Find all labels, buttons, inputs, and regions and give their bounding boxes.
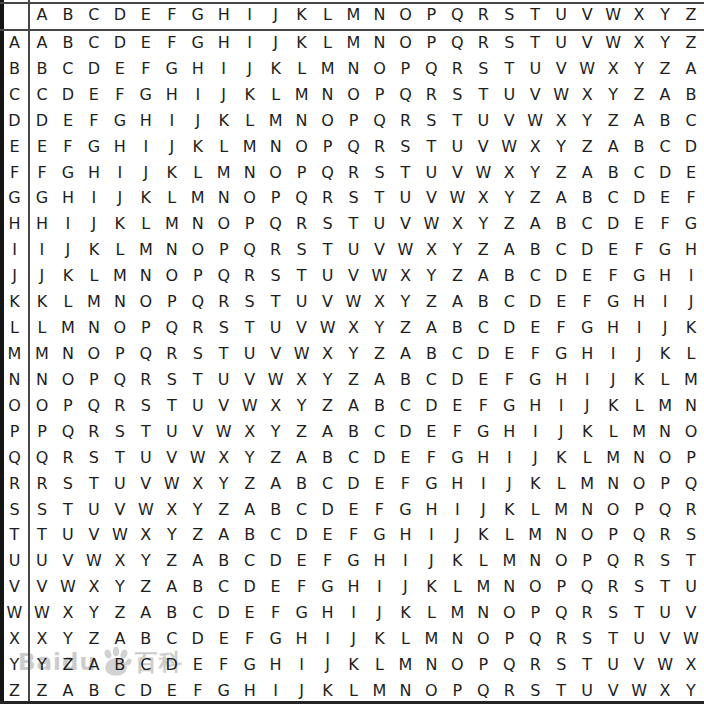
cell-J-Y: H [652, 263, 678, 289]
cell-Q-H: X [211, 445, 237, 471]
cell-P-Y: N [652, 419, 678, 445]
cell-N-A: N [29, 367, 55, 393]
cell-E-R: V [470, 134, 496, 160]
cell-W-C: Y [81, 600, 107, 626]
cell-X-F: C [159, 626, 185, 652]
cell-H-C: J [81, 211, 107, 237]
cell-O-I: W [237, 393, 263, 419]
cell-X-D: A [107, 626, 133, 652]
cell-N-X: K [626, 367, 652, 393]
cell-M-Q: C [444, 341, 470, 367]
cell-S-K: C [289, 497, 315, 523]
cell-B-D: E [107, 56, 133, 82]
cell-U-K: E [289, 548, 315, 574]
cell-I-I: Q [237, 237, 263, 263]
cell-U-M: G [341, 548, 367, 574]
cell-I-T: B [522, 237, 548, 263]
cell-B-N: O [366, 56, 392, 82]
cell-R-I: Z [237, 471, 263, 497]
cell-R-R: I [470, 471, 496, 497]
cell-Y-N: L [366, 652, 392, 678]
cell-W-Z: V [678, 600, 704, 626]
cell-B-I: J [237, 56, 263, 82]
cell-N-Q: D [444, 367, 470, 393]
cell-Y-X: V [626, 652, 652, 678]
cell-R-P: G [418, 471, 444, 497]
cell-I-M: U [341, 237, 367, 263]
cell-X-Z: W [678, 626, 704, 652]
cell-Q-T: J [522, 445, 548, 471]
cell-U-N: H [366, 548, 392, 574]
cell-A-W: W [600, 30, 626, 56]
cell-H-I: P [237, 211, 263, 237]
cell-I-C: K [81, 237, 107, 263]
cell-D-L: O [315, 108, 341, 134]
row-header-I: I [0, 237, 29, 263]
cell-S-P: H [418, 497, 444, 523]
cell-P-U: J [548, 419, 574, 445]
column-header-X: X [626, 0, 652, 30]
cell-T-H: A [211, 523, 237, 549]
cell-X-O: L [392, 626, 418, 652]
cell-D-H: K [211, 108, 237, 134]
cell-B-S: T [496, 56, 522, 82]
cell-K-J: T [263, 289, 289, 315]
cell-L-B: M [55, 315, 81, 341]
cell-C-X: Z [626, 82, 652, 108]
cell-L-F: Q [159, 315, 185, 341]
cell-U-X: R [626, 548, 652, 574]
cell-D-O: R [392, 108, 418, 134]
cell-G-Y: E [652, 186, 678, 212]
cell-C-Q: S [444, 82, 470, 108]
cell-I-A: I [29, 237, 55, 263]
row-header-S: S [0, 497, 29, 523]
cell-E-J: N [263, 134, 289, 160]
cell-M-M: Y [341, 341, 367, 367]
cell-E-I: M [237, 134, 263, 160]
cell-C-K: M [289, 82, 315, 108]
cell-B-K: L [289, 56, 315, 82]
cell-L-P: A [418, 315, 444, 341]
cell-R-T: K [522, 471, 548, 497]
row-header-Y: Y [0, 652, 29, 678]
cell-F-T: Y [522, 160, 548, 186]
cell-S-U: M [548, 497, 574, 523]
cell-L-X: I [626, 315, 652, 341]
row-header-G: G [0, 186, 29, 212]
cell-L-S: D [496, 315, 522, 341]
cell-M-B: N [55, 341, 81, 367]
cell-C-R: T [470, 82, 496, 108]
cell-J-T: C [522, 263, 548, 289]
cell-M-C: O [81, 341, 107, 367]
cell-U-Y: S [652, 548, 678, 574]
corner-cell [0, 0, 29, 30]
cell-Q-P: F [418, 445, 444, 471]
cell-Q-K: A [289, 445, 315, 471]
cell-X-N: K [366, 626, 392, 652]
cell-J-D: M [107, 263, 133, 289]
cell-N-B: O [55, 367, 81, 393]
cell-T-T: M [522, 523, 548, 549]
cell-W-V: R [574, 600, 600, 626]
cell-U-I: C [237, 548, 263, 574]
cell-Y-D: B [107, 652, 133, 678]
cell-Q-A: Q [29, 445, 55, 471]
cell-Q-O: E [392, 445, 418, 471]
cell-K-M: W [341, 289, 367, 315]
cell-W-H: D [211, 600, 237, 626]
column-header-E: E [133, 0, 159, 30]
cell-R-F: W [159, 471, 185, 497]
cell-N-K: X [289, 367, 315, 393]
cell-L-W: H [600, 315, 626, 341]
cell-R-Q: H [444, 471, 470, 497]
cell-K-F: P [159, 289, 185, 315]
row-header-W: W [0, 600, 29, 626]
cell-Y-F: D [159, 652, 185, 678]
cell-U-Q: K [444, 548, 470, 574]
cell-X-S: P [496, 626, 522, 652]
cell-U-Z: T [678, 548, 704, 574]
cell-W-K: G [289, 600, 315, 626]
cell-T-R: K [470, 523, 496, 549]
cell-N-C: P [81, 367, 107, 393]
cell-F-H: M [211, 160, 237, 186]
cell-X-W: T [600, 626, 626, 652]
cell-L-G: R [185, 315, 211, 341]
cell-C-J: L [263, 82, 289, 108]
cell-S-F: X [159, 497, 185, 523]
cell-X-U: R [548, 626, 574, 652]
cell-F-U: Z [548, 160, 574, 186]
cell-Y-J: H [263, 652, 289, 678]
cell-E-W: A [600, 134, 626, 160]
cell-D-B: E [55, 108, 81, 134]
cell-H-P: W [418, 211, 444, 237]
cell-B-E: F [133, 56, 159, 82]
cell-P-S: H [496, 419, 522, 445]
cell-Q-U: K [548, 445, 574, 471]
cell-S-Z: R [678, 497, 704, 523]
cell-K-K: U [289, 289, 315, 315]
cell-C-S: U [496, 82, 522, 108]
cell-F-O: T [392, 160, 418, 186]
row-header-T: T [0, 523, 29, 549]
cell-G-Q: W [444, 186, 470, 212]
column-header-Q: Q [444, 0, 470, 30]
cell-Y-W: U [600, 652, 626, 678]
cell-Y-G: E [185, 652, 211, 678]
cell-F-N: S [366, 160, 392, 186]
cell-Y-V: T [574, 652, 600, 678]
cell-W-W: S [600, 600, 626, 626]
cell-S-S: K [496, 497, 522, 523]
cell-E-M: Q [341, 134, 367, 160]
cell-W-X: T [626, 600, 652, 626]
cell-E-L: P [315, 134, 341, 160]
cell-O-O: C [392, 393, 418, 419]
cell-W-D: Z [107, 600, 133, 626]
cell-D-X: A [626, 108, 652, 134]
cell-P-J: Y [263, 419, 289, 445]
cell-R-D: U [107, 471, 133, 497]
cell-D-U: X [548, 108, 574, 134]
cell-N-L: Y [315, 367, 341, 393]
cell-H-L: S [315, 211, 341, 237]
cell-X-X: U [626, 626, 652, 652]
cell-I-O: W [392, 237, 418, 263]
cell-O-P: D [418, 393, 444, 419]
cell-M-N: Z [366, 341, 392, 367]
cell-D-J: M [263, 108, 289, 134]
cell-S-Q: I [444, 497, 470, 523]
cell-S-R: J [470, 497, 496, 523]
cell-V-Z: U [678, 574, 704, 600]
cell-L-D: O [107, 315, 133, 341]
cell-Q-C: S [81, 445, 107, 471]
row-header-C: C [0, 82, 29, 108]
cell-X-K: H [289, 626, 315, 652]
cell-U-T: N [522, 548, 548, 574]
cell-G-G: M [185, 186, 211, 212]
cell-R-V: M [574, 471, 600, 497]
cell-B-L: M [315, 56, 341, 82]
cell-T-K: D [289, 523, 315, 549]
column-header-G: G [185, 0, 211, 30]
row-header-O: O [0, 393, 29, 419]
cell-C-E: G [133, 82, 159, 108]
cell-B-R: S [470, 56, 496, 82]
cell-D-G: J [185, 108, 211, 134]
cell-L-O: Z [392, 315, 418, 341]
cell-E-S: W [496, 134, 522, 160]
cell-B-M: N [341, 56, 367, 82]
cell-R-X: O [626, 471, 652, 497]
cell-T-O: H [392, 523, 418, 549]
cell-R-J: A [263, 471, 289, 497]
cell-M-S: E [496, 341, 522, 367]
cell-L-R: C [470, 315, 496, 341]
cell-S-N: F [366, 497, 392, 523]
cell-A-A: A [29, 30, 55, 56]
cell-M-V: H [574, 341, 600, 367]
cell-P-H: W [211, 419, 237, 445]
cell-L-J: U [263, 315, 289, 341]
cell-C-O: Q [392, 82, 418, 108]
cell-B-W: X [600, 56, 626, 82]
cell-K-A: K [29, 289, 55, 315]
cell-A-T: T [522, 30, 548, 56]
cell-J-E: N [133, 263, 159, 289]
cell-V-D: Y [107, 574, 133, 600]
cell-W-J: F [263, 600, 289, 626]
cell-Q-B: R [55, 445, 81, 471]
cell-D-Y: B [652, 108, 678, 134]
cell-I-X: F [626, 237, 652, 263]
cell-N-W: J [600, 367, 626, 393]
cell-T-L: E [315, 523, 341, 549]
cell-U-C: W [81, 548, 107, 574]
cell-A-P: P [418, 30, 444, 56]
cell-P-X: M [626, 419, 652, 445]
cell-K-I: S [237, 289, 263, 315]
cell-C-F: H [159, 82, 185, 108]
cell-V-T: O [522, 574, 548, 600]
column-header-U: U [548, 0, 574, 30]
column-header-T: T [522, 0, 548, 30]
cell-Q-D: T [107, 445, 133, 471]
cell-U-G: A [185, 548, 211, 574]
cell-H-N: U [366, 211, 392, 237]
cell-C-Y: A [652, 82, 678, 108]
cell-T-A: T [29, 523, 55, 549]
cell-P-T: I [522, 419, 548, 445]
cell-P-B: Q [55, 419, 81, 445]
cell-J-A: J [29, 263, 55, 289]
cell-V-K: F [289, 574, 315, 600]
cell-T-D: W [107, 523, 133, 549]
cell-H-K: R [289, 211, 315, 237]
cell-M-A: M [29, 341, 55, 367]
cell-S-H: Z [211, 497, 237, 523]
cell-W-R: N [470, 600, 496, 626]
cell-H-J: Q [263, 211, 289, 237]
cell-U-R: L [470, 548, 496, 574]
cell-X-V: S [574, 626, 600, 652]
cell-Y-K: I [289, 652, 315, 678]
cell-R-U: L [548, 471, 574, 497]
cell-O-F: T [159, 393, 185, 419]
row-header-J: J [0, 263, 29, 289]
cell-S-W: O [600, 497, 626, 523]
cell-Y-Y: W [652, 652, 678, 678]
cell-F-B: G [55, 160, 81, 186]
cell-M-T: F [522, 341, 548, 367]
cell-D-Q: T [444, 108, 470, 134]
row-header-K: K [0, 289, 29, 315]
cell-T-N: G [366, 523, 392, 549]
cell-M-J: V [263, 341, 289, 367]
cell-R-N: E [366, 471, 392, 497]
cell-V-R: M [470, 574, 496, 600]
cell-T-B: U [55, 523, 81, 549]
cell-V-E: Z [133, 574, 159, 600]
cell-Y-I: G [237, 652, 263, 678]
cell-A-D: D [107, 30, 133, 56]
cell-I-E: M [133, 237, 159, 263]
cell-I-G: O [185, 237, 211, 263]
cell-H-A: H [29, 211, 55, 237]
cell-H-Q: X [444, 211, 470, 237]
cell-B-Z: A [678, 56, 704, 82]
cell-X-J: G [263, 626, 289, 652]
cell-X-E: B [133, 626, 159, 652]
cell-P-K: Z [289, 419, 315, 445]
cell-X-R: O [470, 626, 496, 652]
cell-M-H: T [211, 341, 237, 367]
cell-S-B: T [55, 497, 81, 523]
cell-H-M: T [341, 211, 367, 237]
cell-I-H: P [211, 237, 237, 263]
cell-A-F: F [159, 30, 185, 56]
cell-V-F: A [159, 574, 185, 600]
cell-B-T: U [522, 56, 548, 82]
cell-G-P: V [418, 186, 444, 212]
cell-K-D: N [107, 289, 133, 315]
cell-R-Y: P [652, 471, 678, 497]
column-header-I: I [237, 0, 263, 30]
cell-K-H: R [211, 289, 237, 315]
cell-C-G: I [185, 82, 211, 108]
cell-P-W: L [600, 419, 626, 445]
cell-R-H: Y [211, 471, 237, 497]
cell-Y-B: Z [55, 652, 81, 678]
cell-J-G: P [185, 263, 211, 289]
cell-H-V: C [574, 211, 600, 237]
cell-F-D: I [107, 160, 133, 186]
column-header-P: P [418, 0, 444, 30]
cell-M-P: B [418, 341, 444, 367]
cell-E-G: K [185, 134, 211, 160]
cell-M-O: A [392, 341, 418, 367]
cell-W-A: W [29, 600, 55, 626]
cell-I-N: V [366, 237, 392, 263]
cell-K-E: O [133, 289, 159, 315]
cell-A-V: V [574, 30, 600, 56]
cell-A-E: E [133, 30, 159, 56]
cell-E-A: E [29, 134, 55, 160]
cell-P-V: K [574, 419, 600, 445]
cell-B-V: W [574, 56, 600, 82]
row-header-H: H [0, 211, 29, 237]
cell-N-M: Z [341, 367, 367, 393]
cell-N-V: I [574, 367, 600, 393]
cell-C-L: N [315, 82, 341, 108]
cell-N-T: G [522, 367, 548, 393]
cell-F-Y: D [652, 160, 678, 186]
cell-A-X: X [626, 30, 652, 56]
cell-K-Y: I [652, 289, 678, 315]
cell-N-E: R [133, 367, 159, 393]
cell-S-D: V [107, 497, 133, 523]
cell-N-P: C [418, 367, 444, 393]
cell-M-G: S [185, 341, 211, 367]
cell-B-P: Q [418, 56, 444, 82]
cell-C-C: E [81, 82, 107, 108]
cell-X-Q: N [444, 626, 470, 652]
cell-L-C: N [81, 315, 107, 341]
cell-J-W: F [600, 263, 626, 289]
cell-F-W: B [600, 160, 626, 186]
cell-V-G: B [185, 574, 211, 600]
cell-N-Y: L [652, 367, 678, 393]
cell-S-L: D [315, 497, 341, 523]
row-header-U: U [0, 548, 29, 574]
cell-Q-I: Y [237, 445, 263, 471]
cell-G-F: L [159, 186, 185, 212]
row-header-P: P [0, 419, 29, 445]
cell-F-V: A [574, 160, 600, 186]
cell-W-L: H [315, 600, 341, 626]
cell-W-U: Q [548, 600, 574, 626]
cell-U-P: J [418, 548, 444, 574]
cell-T-Y: R [652, 523, 678, 549]
cell-X-C: Z [81, 626, 107, 652]
cell-Y-M: K [341, 652, 367, 678]
cell-O-E: S [133, 393, 159, 419]
